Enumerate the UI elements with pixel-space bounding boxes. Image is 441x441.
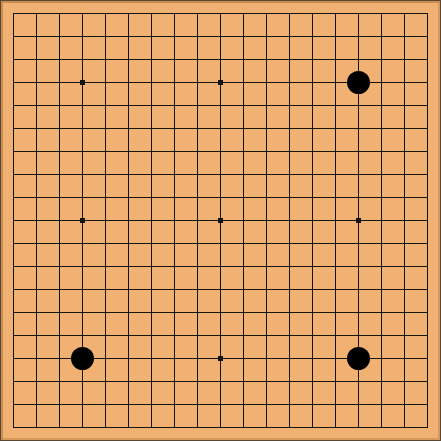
intersection-c11[interactable] xyxy=(48,186,71,209)
intersection-o16[interactable] xyxy=(301,71,324,94)
intersection-r9[interactable] xyxy=(370,232,393,255)
intersection-k1[interactable] xyxy=(209,416,232,439)
intersection-a9[interactable] xyxy=(2,232,25,255)
intersection-a15[interactable] xyxy=(2,94,25,117)
intersection-e8[interactable] xyxy=(94,255,117,278)
intersection-e5[interactable] xyxy=(94,324,117,347)
intersection-g10[interactable] xyxy=(140,209,163,232)
intersection-k11[interactable] xyxy=(209,186,232,209)
intersection-t14[interactable] xyxy=(416,117,439,140)
intersection-g4[interactable] xyxy=(140,347,163,370)
intersection-e18[interactable] xyxy=(94,25,117,48)
intersection-s12[interactable] xyxy=(393,163,416,186)
intersection-l5[interactable] xyxy=(232,324,255,347)
intersection-m12[interactable] xyxy=(255,163,278,186)
intersection-t6[interactable] xyxy=(416,301,439,324)
intersection-b13[interactable] xyxy=(25,140,48,163)
intersection-h15[interactable] xyxy=(163,94,186,117)
intersection-t9[interactable] xyxy=(416,232,439,255)
intersection-g14[interactable] xyxy=(140,117,163,140)
intersection-q1[interactable] xyxy=(347,416,370,439)
intersection-r10[interactable] xyxy=(370,209,393,232)
intersection-p7[interactable] xyxy=(324,278,347,301)
intersection-h9[interactable] xyxy=(163,232,186,255)
intersection-k10[interactable] xyxy=(209,209,232,232)
intersection-j18[interactable] xyxy=(186,25,209,48)
intersection-j10[interactable] xyxy=(186,209,209,232)
intersection-a5[interactable] xyxy=(2,324,25,347)
intersection-t10[interactable] xyxy=(416,209,439,232)
intersection-e3[interactable] xyxy=(94,370,117,393)
intersection-a1[interactable] xyxy=(2,416,25,439)
intersection-j16[interactable] xyxy=(186,71,209,94)
intersection-l8[interactable] xyxy=(232,255,255,278)
intersection-f6[interactable] xyxy=(117,301,140,324)
intersection-k18[interactable] xyxy=(209,25,232,48)
intersection-n16[interactable] xyxy=(278,71,301,94)
intersection-c9[interactable] xyxy=(48,232,71,255)
intersection-o5[interactable] xyxy=(301,324,324,347)
intersection-k12[interactable] xyxy=(209,163,232,186)
intersection-g19[interactable] xyxy=(140,2,163,25)
intersection-b1[interactable] xyxy=(25,416,48,439)
intersection-c14[interactable] xyxy=(48,117,71,140)
intersection-c6[interactable] xyxy=(48,301,71,324)
intersection-p12[interactable] xyxy=(324,163,347,186)
intersection-l16[interactable] xyxy=(232,71,255,94)
intersection-m9[interactable] xyxy=(255,232,278,255)
intersection-s2[interactable] xyxy=(393,393,416,416)
intersection-h14[interactable] xyxy=(163,117,186,140)
intersection-s3[interactable] xyxy=(393,370,416,393)
intersection-j15[interactable] xyxy=(186,94,209,117)
intersection-f1[interactable] xyxy=(117,416,140,439)
intersection-l9[interactable] xyxy=(232,232,255,255)
intersection-o19[interactable] xyxy=(301,2,324,25)
intersection-e1[interactable] xyxy=(94,416,117,439)
intersection-s9[interactable] xyxy=(393,232,416,255)
intersection-f8[interactable] xyxy=(117,255,140,278)
intersection-q8[interactable] xyxy=(347,255,370,278)
intersection-g3[interactable] xyxy=(140,370,163,393)
intersection-d9[interactable] xyxy=(71,232,94,255)
intersection-a13[interactable] xyxy=(2,140,25,163)
intersection-b4[interactable] xyxy=(25,347,48,370)
intersection-d11[interactable] xyxy=(71,186,94,209)
intersection-n19[interactable] xyxy=(278,2,301,25)
intersection-j19[interactable] xyxy=(186,2,209,25)
intersection-n7[interactable] xyxy=(278,278,301,301)
intersection-p9[interactable] xyxy=(324,232,347,255)
intersection-g18[interactable] xyxy=(140,25,163,48)
intersection-r11[interactable] xyxy=(370,186,393,209)
intersection-h1[interactable] xyxy=(163,416,186,439)
intersection-t17[interactable] xyxy=(416,48,439,71)
intersection-p5[interactable] xyxy=(324,324,347,347)
intersection-q14[interactable] xyxy=(347,117,370,140)
intersection-q9[interactable] xyxy=(347,232,370,255)
intersection-l7[interactable] xyxy=(232,278,255,301)
intersection-o17[interactable] xyxy=(301,48,324,71)
intersection-j9[interactable] xyxy=(186,232,209,255)
intersection-o1[interactable] xyxy=(301,416,324,439)
intersection-t8[interactable] xyxy=(416,255,439,278)
intersection-p17[interactable] xyxy=(324,48,347,71)
intersection-s17[interactable] xyxy=(393,48,416,71)
intersection-a10[interactable] xyxy=(2,209,25,232)
intersection-p18[interactable] xyxy=(324,25,347,48)
intersection-l10[interactable] xyxy=(232,209,255,232)
intersection-d13[interactable] xyxy=(71,140,94,163)
intersection-d16[interactable] xyxy=(71,71,94,94)
intersection-n18[interactable] xyxy=(278,25,301,48)
intersection-e7[interactable] xyxy=(94,278,117,301)
intersection-d5[interactable] xyxy=(71,324,94,347)
intersection-f10[interactable] xyxy=(117,209,140,232)
intersection-o4[interactable] xyxy=(301,347,324,370)
intersection-r3[interactable] xyxy=(370,370,393,393)
intersection-s4[interactable] xyxy=(393,347,416,370)
intersection-h3[interactable] xyxy=(163,370,186,393)
intersection-m10[interactable] xyxy=(255,209,278,232)
intersection-f5[interactable] xyxy=(117,324,140,347)
intersection-a18[interactable] xyxy=(2,25,25,48)
intersection-m7[interactable] xyxy=(255,278,278,301)
intersection-m16[interactable] xyxy=(255,71,278,94)
intersection-l12[interactable] xyxy=(232,163,255,186)
intersection-t15[interactable] xyxy=(416,94,439,117)
intersection-t18[interactable] xyxy=(416,25,439,48)
intersection-a6[interactable] xyxy=(2,301,25,324)
intersection-q3[interactable] xyxy=(347,370,370,393)
intersection-c2[interactable] xyxy=(48,393,71,416)
intersection-t19[interactable] xyxy=(416,2,439,25)
intersection-q15[interactable] xyxy=(347,94,370,117)
intersection-m4[interactable] xyxy=(255,347,278,370)
intersection-f4[interactable] xyxy=(117,347,140,370)
intersection-e13[interactable] xyxy=(94,140,117,163)
intersection-m3[interactable] xyxy=(255,370,278,393)
intersection-g5[interactable] xyxy=(140,324,163,347)
intersection-m2[interactable] xyxy=(255,393,278,416)
intersection-p14[interactable] xyxy=(324,117,347,140)
intersection-j1[interactable] xyxy=(186,416,209,439)
intersection-s1[interactable] xyxy=(393,416,416,439)
intersection-h5[interactable] xyxy=(163,324,186,347)
intersection-a2[interactable] xyxy=(2,393,25,416)
intersection-e16[interactable] xyxy=(94,71,117,94)
intersection-j3[interactable] xyxy=(186,370,209,393)
intersection-k3[interactable] xyxy=(209,370,232,393)
intersection-s10[interactable] xyxy=(393,209,416,232)
intersection-n5[interactable] xyxy=(278,324,301,347)
intersection-h17[interactable] xyxy=(163,48,186,71)
intersection-p4[interactable] xyxy=(324,347,347,370)
intersection-j8[interactable] xyxy=(186,255,209,278)
intersection-j12[interactable] xyxy=(186,163,209,186)
intersection-m1[interactable] xyxy=(255,416,278,439)
intersection-k15[interactable] xyxy=(209,94,232,117)
intersection-m6[interactable] xyxy=(255,301,278,324)
intersection-m18[interactable] xyxy=(255,25,278,48)
intersection-c15[interactable] xyxy=(48,94,71,117)
intersection-a11[interactable] xyxy=(2,186,25,209)
intersection-s8[interactable] xyxy=(393,255,416,278)
intersection-f18[interactable] xyxy=(117,25,140,48)
intersection-o10[interactable] xyxy=(301,209,324,232)
intersection-t1[interactable] xyxy=(416,416,439,439)
intersection-f11[interactable] xyxy=(117,186,140,209)
intersection-m11[interactable] xyxy=(255,186,278,209)
intersection-o8[interactable] xyxy=(301,255,324,278)
intersection-p11[interactable] xyxy=(324,186,347,209)
intersection-l6[interactable] xyxy=(232,301,255,324)
intersection-l17[interactable] xyxy=(232,48,255,71)
intersection-n10[interactable] xyxy=(278,209,301,232)
intersection-r4[interactable] xyxy=(370,347,393,370)
intersection-a16[interactable] xyxy=(2,71,25,94)
intersection-e9[interactable] xyxy=(94,232,117,255)
intersection-f13[interactable] xyxy=(117,140,140,163)
intersection-s7[interactable] xyxy=(393,278,416,301)
intersection-d10[interactable] xyxy=(71,209,94,232)
intersection-n15[interactable] xyxy=(278,94,301,117)
intersection-n6[interactable] xyxy=(278,301,301,324)
intersection-r14[interactable] xyxy=(370,117,393,140)
intersection-r7[interactable] xyxy=(370,278,393,301)
intersection-d17[interactable] xyxy=(71,48,94,71)
intersection-f15[interactable] xyxy=(117,94,140,117)
intersection-t4[interactable] xyxy=(416,347,439,370)
intersection-m13[interactable] xyxy=(255,140,278,163)
intersection-c13[interactable] xyxy=(48,140,71,163)
intersection-p16[interactable] xyxy=(324,71,347,94)
intersection-s13[interactable] xyxy=(393,140,416,163)
intersection-c10[interactable] xyxy=(48,209,71,232)
intersection-j6[interactable] xyxy=(186,301,209,324)
intersection-k13[interactable] xyxy=(209,140,232,163)
intersection-s18[interactable] xyxy=(393,25,416,48)
intersection-e6[interactable] xyxy=(94,301,117,324)
intersection-s15[interactable] xyxy=(393,94,416,117)
intersection-a3[interactable] xyxy=(2,370,25,393)
intersection-s6[interactable] xyxy=(393,301,416,324)
intersection-d14[interactable] xyxy=(71,117,94,140)
intersection-p19[interactable] xyxy=(324,2,347,25)
intersection-o14[interactable] xyxy=(301,117,324,140)
intersection-j17[interactable] xyxy=(186,48,209,71)
intersection-h6[interactable] xyxy=(163,301,186,324)
intersection-t2[interactable] xyxy=(416,393,439,416)
intersection-m14[interactable] xyxy=(255,117,278,140)
intersection-j11[interactable] xyxy=(186,186,209,209)
intersection-a17[interactable] xyxy=(2,48,25,71)
intersection-n2[interactable] xyxy=(278,393,301,416)
intersection-q13[interactable] xyxy=(347,140,370,163)
intersection-f7[interactable] xyxy=(117,278,140,301)
intersection-b18[interactable] xyxy=(25,25,48,48)
intersection-r18[interactable] xyxy=(370,25,393,48)
intersection-n1[interactable] xyxy=(278,416,301,439)
intersection-e19[interactable] xyxy=(94,2,117,25)
intersection-a19[interactable] xyxy=(2,2,25,25)
intersection-n14[interactable] xyxy=(278,117,301,140)
intersection-d6[interactable] xyxy=(71,301,94,324)
intersection-g11[interactable] xyxy=(140,186,163,209)
intersection-l4[interactable] xyxy=(232,347,255,370)
intersection-b19[interactable] xyxy=(25,2,48,25)
intersection-l14[interactable] xyxy=(232,117,255,140)
intersection-h18[interactable] xyxy=(163,25,186,48)
intersection-n8[interactable] xyxy=(278,255,301,278)
intersection-e10[interactable] xyxy=(94,209,117,232)
intersection-f3[interactable] xyxy=(117,370,140,393)
intersection-g12[interactable] xyxy=(140,163,163,186)
intersection-b11[interactable] xyxy=(25,186,48,209)
intersection-h2[interactable] xyxy=(163,393,186,416)
intersection-b9[interactable] xyxy=(25,232,48,255)
intersection-f14[interactable] xyxy=(117,117,140,140)
intersection-m15[interactable] xyxy=(255,94,278,117)
intersection-d19[interactable] xyxy=(71,2,94,25)
intersection-q19[interactable] xyxy=(347,2,370,25)
intersection-h11[interactable] xyxy=(163,186,186,209)
intersection-k16[interactable] xyxy=(209,71,232,94)
intersection-q17[interactable] xyxy=(347,48,370,71)
intersection-d3[interactable] xyxy=(71,370,94,393)
intersection-c16[interactable] xyxy=(48,71,71,94)
intersection-f12[interactable] xyxy=(117,163,140,186)
intersection-d7[interactable] xyxy=(71,278,94,301)
intersection-b14[interactable] xyxy=(25,117,48,140)
intersection-c3[interactable] xyxy=(48,370,71,393)
intersection-k9[interactable] xyxy=(209,232,232,255)
intersection-k4[interactable] xyxy=(209,347,232,370)
intersection-d12[interactable] xyxy=(71,163,94,186)
intersection-c8[interactable] xyxy=(48,255,71,278)
intersection-d18[interactable] xyxy=(71,25,94,48)
intersection-h4[interactable] xyxy=(163,347,186,370)
intersection-j5[interactable] xyxy=(186,324,209,347)
intersection-o7[interactable] xyxy=(301,278,324,301)
intersection-g8[interactable] xyxy=(140,255,163,278)
intersection-d2[interactable] xyxy=(71,393,94,416)
intersection-t3[interactable] xyxy=(416,370,439,393)
intersection-k6[interactable] xyxy=(209,301,232,324)
intersection-f17[interactable] xyxy=(117,48,140,71)
intersection-p6[interactable] xyxy=(324,301,347,324)
intersection-p1[interactable] xyxy=(324,416,347,439)
intersection-e12[interactable] xyxy=(94,163,117,186)
intersection-p8[interactable] xyxy=(324,255,347,278)
intersection-h19[interactable] xyxy=(163,2,186,25)
intersection-k14[interactable] xyxy=(209,117,232,140)
intersection-r16[interactable] xyxy=(370,71,393,94)
intersection-t12[interactable] xyxy=(416,163,439,186)
intersection-m5[interactable] xyxy=(255,324,278,347)
intersection-a12[interactable] xyxy=(2,163,25,186)
intersection-q2[interactable] xyxy=(347,393,370,416)
intersection-k17[interactable] xyxy=(209,48,232,71)
intersection-f19[interactable] xyxy=(117,2,140,25)
intersection-c7[interactable] xyxy=(48,278,71,301)
intersection-r1[interactable] xyxy=(370,416,393,439)
intersection-c1[interactable] xyxy=(48,416,71,439)
intersection-r6[interactable] xyxy=(370,301,393,324)
intersection-r8[interactable] xyxy=(370,255,393,278)
intersection-o6[interactable] xyxy=(301,301,324,324)
intersection-n9[interactable] xyxy=(278,232,301,255)
intersection-o15[interactable] xyxy=(301,94,324,117)
intersection-o2[interactable] xyxy=(301,393,324,416)
intersection-c18[interactable] xyxy=(48,25,71,48)
intersection-f9[interactable] xyxy=(117,232,140,255)
intersection-b15[interactable] xyxy=(25,94,48,117)
intersection-k2[interactable] xyxy=(209,393,232,416)
intersection-s14[interactable] xyxy=(393,117,416,140)
intersection-k8[interactable] xyxy=(209,255,232,278)
intersection-l15[interactable] xyxy=(232,94,255,117)
intersection-e11[interactable] xyxy=(94,186,117,209)
intersection-g6[interactable] xyxy=(140,301,163,324)
intersection-h10[interactable] xyxy=(163,209,186,232)
intersection-m8[interactable] xyxy=(255,255,278,278)
intersection-f2[interactable] xyxy=(117,393,140,416)
intersection-c4[interactable] xyxy=(48,347,71,370)
intersection-j7[interactable] xyxy=(186,278,209,301)
intersection-k5[interactable] xyxy=(209,324,232,347)
intersection-l18[interactable] xyxy=(232,25,255,48)
intersection-b10[interactable] xyxy=(25,209,48,232)
intersection-g7[interactable] xyxy=(140,278,163,301)
intersection-r13[interactable] xyxy=(370,140,393,163)
intersection-l3[interactable] xyxy=(232,370,255,393)
intersection-t5[interactable] xyxy=(416,324,439,347)
intersection-p3[interactable] xyxy=(324,370,347,393)
intersection-g9[interactable] xyxy=(140,232,163,255)
intersection-c5[interactable] xyxy=(48,324,71,347)
intersection-p13[interactable] xyxy=(324,140,347,163)
intersection-j13[interactable] xyxy=(186,140,209,163)
intersection-n4[interactable] xyxy=(278,347,301,370)
intersection-n12[interactable] xyxy=(278,163,301,186)
intersection-f16[interactable] xyxy=(117,71,140,94)
intersection-h7[interactable] xyxy=(163,278,186,301)
intersection-k7[interactable] xyxy=(209,278,232,301)
intersection-q12[interactable] xyxy=(347,163,370,186)
intersection-q11[interactable] xyxy=(347,186,370,209)
intersection-g13[interactable] xyxy=(140,140,163,163)
intersection-b12[interactable] xyxy=(25,163,48,186)
intersection-l19[interactable] xyxy=(232,2,255,25)
intersection-c19[interactable] xyxy=(48,2,71,25)
intersection-o18[interactable] xyxy=(301,25,324,48)
intersection-b6[interactable] xyxy=(25,301,48,324)
intersection-h13[interactable] xyxy=(163,140,186,163)
intersection-g2[interactable] xyxy=(140,393,163,416)
intersection-j4[interactable] xyxy=(186,347,209,370)
intersection-a7[interactable] xyxy=(2,278,25,301)
intersection-r5[interactable] xyxy=(370,324,393,347)
intersection-s16[interactable] xyxy=(393,71,416,94)
intersection-k19[interactable] xyxy=(209,2,232,25)
intersection-b17[interactable] xyxy=(25,48,48,71)
intersection-p15[interactable] xyxy=(324,94,347,117)
intersection-l13[interactable] xyxy=(232,140,255,163)
intersection-p10[interactable] xyxy=(324,209,347,232)
intersection-n3[interactable] xyxy=(278,370,301,393)
intersection-b16[interactable] xyxy=(25,71,48,94)
